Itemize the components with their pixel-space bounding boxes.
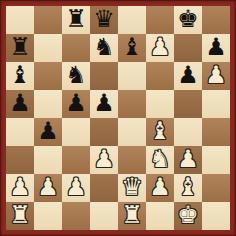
square-c3[interactable] xyxy=(62,146,90,174)
square-g3[interactable]: ♟ xyxy=(174,146,202,174)
white-rook: ♜ xyxy=(121,201,143,229)
square-a8[interactable] xyxy=(6,6,34,34)
square-f1[interactable] xyxy=(146,202,174,230)
square-e6[interactable] xyxy=(118,62,146,90)
square-f4[interactable]: ♝ xyxy=(146,118,174,146)
square-a7[interactable]: ♜ xyxy=(6,34,34,62)
square-c7[interactable] xyxy=(62,34,90,62)
square-e1[interactable]: ♜ xyxy=(118,202,146,230)
black-pawn: ♟ xyxy=(93,89,115,117)
black-pawn: ♟ xyxy=(205,33,227,61)
white-knight: ♞ xyxy=(149,145,171,173)
square-d6[interactable] xyxy=(90,62,118,90)
black-king: ♚ xyxy=(177,5,199,33)
white-pawn: ♟ xyxy=(205,61,227,89)
white-pawn: ♟ xyxy=(149,173,171,201)
black-bishop: ♝ xyxy=(9,61,31,89)
white-bishop: ♝ xyxy=(149,117,171,145)
chess-board: ♜♛♚♜♞♝♟♟♝♞♟♟♟♟♟♟♝♟♞♟♟♟♟♛♟♝♜♜♚ xyxy=(6,6,230,230)
white-queen: ♛ xyxy=(121,173,143,201)
square-d4[interactable] xyxy=(90,118,118,146)
square-b1[interactable] xyxy=(34,202,62,230)
square-c8[interactable]: ♜ xyxy=(62,6,90,34)
black-knight: ♞ xyxy=(65,61,87,89)
square-g2[interactable]: ♝ xyxy=(174,174,202,202)
black-pawn: ♟ xyxy=(37,117,59,145)
black-pawn: ♟ xyxy=(9,89,31,117)
black-knight: ♞ xyxy=(93,33,115,61)
white-pawn: ♟ xyxy=(93,145,115,173)
square-b4[interactable]: ♟ xyxy=(34,118,62,146)
square-h2[interactable] xyxy=(202,174,230,202)
square-d7[interactable]: ♞ xyxy=(90,34,118,62)
square-h1[interactable] xyxy=(202,202,230,230)
square-h5[interactable] xyxy=(202,90,230,118)
square-f8[interactable] xyxy=(146,6,174,34)
square-a6[interactable]: ♝ xyxy=(6,62,34,90)
square-e2[interactable]: ♛ xyxy=(118,174,146,202)
square-f3[interactable]: ♞ xyxy=(146,146,174,174)
white-pawn: ♟ xyxy=(149,33,171,61)
square-f5[interactable] xyxy=(146,90,174,118)
white-king: ♚ xyxy=(177,201,199,229)
black-bishop: ♝ xyxy=(121,33,143,61)
white-pawn: ♟ xyxy=(37,173,59,201)
square-a3[interactable] xyxy=(6,146,34,174)
square-g7[interactable] xyxy=(174,34,202,62)
white-pawn: ♟ xyxy=(177,145,199,173)
board-frame: ♜♛♚♜♞♝♟♟♝♞♟♟♟♟♟♟♝♟♞♟♟♟♟♛♟♝♜♜♚ xyxy=(0,0,236,236)
black-rook: ♜ xyxy=(65,5,87,33)
square-d2[interactable] xyxy=(90,174,118,202)
square-b3[interactable] xyxy=(34,146,62,174)
square-c2[interactable]: ♟ xyxy=(62,174,90,202)
square-h8[interactable] xyxy=(202,6,230,34)
square-h7[interactable]: ♟ xyxy=(202,34,230,62)
square-a4[interactable] xyxy=(6,118,34,146)
square-g1[interactable]: ♚ xyxy=(174,202,202,230)
white-pawn: ♟ xyxy=(9,173,31,201)
square-e5[interactable] xyxy=(118,90,146,118)
square-c6[interactable]: ♞ xyxy=(62,62,90,90)
square-g4[interactable] xyxy=(174,118,202,146)
square-a2[interactable]: ♟ xyxy=(6,174,34,202)
square-e3[interactable] xyxy=(118,146,146,174)
square-g5[interactable] xyxy=(174,90,202,118)
square-h6[interactable]: ♟ xyxy=(202,62,230,90)
square-b2[interactable]: ♟ xyxy=(34,174,62,202)
square-b7[interactable] xyxy=(34,34,62,62)
square-f7[interactable]: ♟ xyxy=(146,34,174,62)
square-b5[interactable] xyxy=(34,90,62,118)
square-a5[interactable]: ♟ xyxy=(6,90,34,118)
square-d3[interactable]: ♟ xyxy=(90,146,118,174)
square-e4[interactable] xyxy=(118,118,146,146)
square-f2[interactable]: ♟ xyxy=(146,174,174,202)
square-c4[interactable] xyxy=(62,118,90,146)
square-d5[interactable]: ♟ xyxy=(90,90,118,118)
square-e8[interactable] xyxy=(118,6,146,34)
black-pawn: ♟ xyxy=(177,61,199,89)
square-g6[interactable]: ♟ xyxy=(174,62,202,90)
square-c1[interactable] xyxy=(62,202,90,230)
white-pawn: ♟ xyxy=(65,173,87,201)
white-bishop: ♝ xyxy=(177,173,199,201)
white-rook: ♜ xyxy=(9,201,31,229)
square-b8[interactable] xyxy=(34,6,62,34)
black-pawn: ♟ xyxy=(65,89,87,117)
square-h4[interactable] xyxy=(202,118,230,146)
square-f6[interactable] xyxy=(146,62,174,90)
square-g8[interactable]: ♚ xyxy=(174,6,202,34)
square-b6[interactable] xyxy=(34,62,62,90)
black-queen: ♛ xyxy=(93,5,115,33)
square-c5[interactable]: ♟ xyxy=(62,90,90,118)
square-d8[interactable]: ♛ xyxy=(90,6,118,34)
square-e7[interactable]: ♝ xyxy=(118,34,146,62)
square-d1[interactable] xyxy=(90,202,118,230)
square-a1[interactable]: ♜ xyxy=(6,202,34,230)
square-h3[interactable] xyxy=(202,146,230,174)
black-rook: ♜ xyxy=(9,33,31,61)
